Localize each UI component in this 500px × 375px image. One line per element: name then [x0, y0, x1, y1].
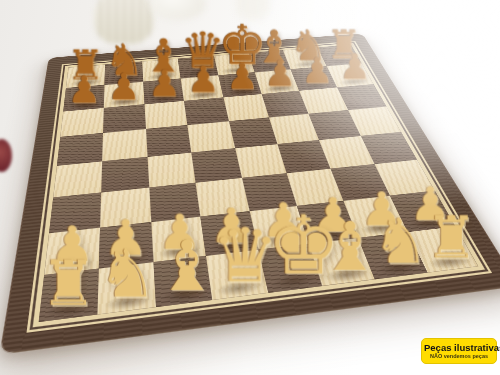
square-e7: ♟ — [218, 72, 261, 97]
square-d7: ♟ — [181, 76, 223, 101]
square-h4 — [360, 132, 417, 164]
piece-white-bishop-c1: ♝ — [156, 231, 212, 300]
square-a1: ♜ — [39, 268, 100, 322]
square-c6 — [144, 101, 187, 129]
piece-white-knight-g1: ♞ — [373, 211, 427, 273]
square-b6 — [103, 104, 145, 133]
piece-white-rook-a1: ♜ — [40, 252, 98, 314]
square-g5 — [309, 110, 361, 139]
piece-black-pawn-c7: ♟ — [144, 65, 183, 101]
square-b7: ♟ — [104, 82, 144, 108]
piece-black-pawn-b7: ♟ — [104, 68, 144, 105]
piece-white-queen-d1: ♛ — [212, 218, 268, 293]
square-a6 — [60, 108, 104, 137]
square-c1: ♝ — [153, 256, 212, 308]
piece-white-rook-h1: ♜ — [424, 208, 478, 266]
piece-black-pawn-e7: ♟ — [222, 58, 261, 94]
square-c5 — [146, 125, 192, 156]
chess-board-squares: ♜♞♝♛♚♝♞♜♟♟♟♟♟♟♟♟♟♟♟♟♟♟♟♟♜♞♝♛♚♝♞♜ — [39, 45, 478, 322]
piece-black-pawn-d7: ♟ — [184, 61, 223, 97]
piece-white-knight-b1: ♞ — [98, 242, 155, 308]
square-c4 — [147, 152, 195, 187]
piece-black-pawn-h7: ♟ — [335, 49, 373, 84]
square-a5 — [57, 133, 103, 166]
square-f4 — [277, 140, 330, 173]
product-photo: { "game": "chess", "position": { "fen": … — [0, 0, 500, 375]
piece-black-pawn-g7: ♟ — [298, 52, 336, 87]
chess-board: ♜♞♝♛♚♝♞♜♟♟♟♟♟♟♟♟♟♟♟♟♟♟♟♟♜♞♝♛♚♝♞♜ — [0, 33, 500, 354]
square-d6 — [184, 97, 229, 125]
square-b4 — [102, 157, 149, 193]
disclaimer-badge: Peças ilustrativas NÃO vendemos peças — [421, 338, 497, 364]
square-c7: ♟ — [143, 79, 184, 105]
square-d5 — [187, 121, 234, 152]
square-e4 — [235, 144, 287, 178]
badge-title: Peças ilustrativas — [424, 342, 494, 353]
square-b1: ♞ — [98, 262, 156, 315]
square-a4 — [53, 161, 102, 197]
square-a7: ♟ — [63, 85, 105, 111]
badge-subtitle: NÃO vendemos peças — [424, 353, 494, 359]
square-b5 — [103, 129, 148, 161]
scene: ♜♞♝♛♚♝♞♜♟♟♟♟♟♟♟♟♟♟♟♟♟♟♟♟♜♞♝♛♚♝♞♜ — [0, 0, 500, 375]
piece-black-pawn-f7: ♟ — [261, 55, 300, 91]
piece-black-pawn-a7: ♟ — [64, 71, 104, 108]
square-d4 — [191, 148, 241, 183]
